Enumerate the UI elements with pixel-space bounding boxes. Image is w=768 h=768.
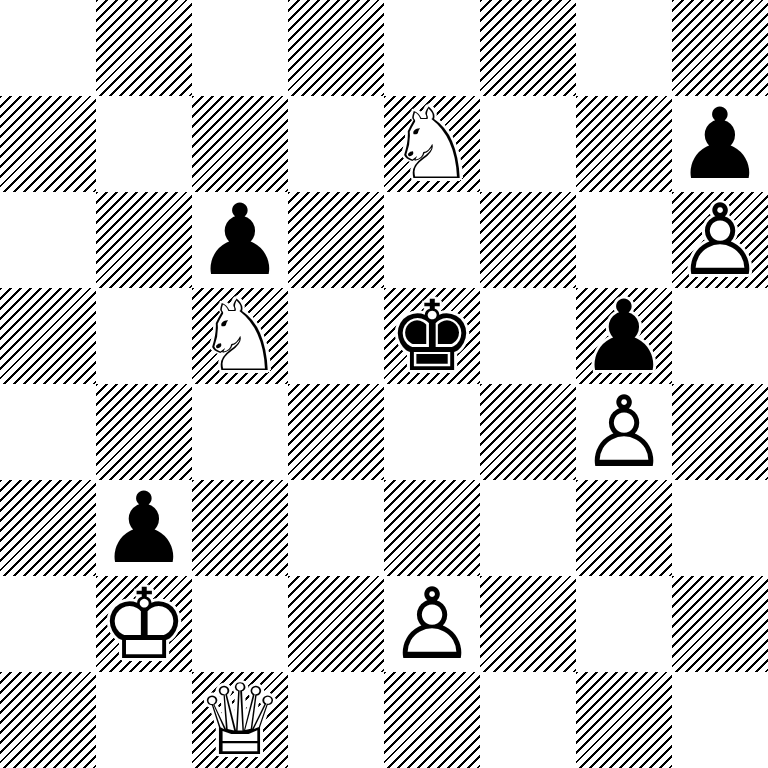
square-g5[interactable]: ♟♟	[576, 288, 672, 384]
piece-white-pawn[interactable]: ♙	[576, 384, 672, 480]
chess-board: ♞♘♟♟♟♟♟♙♞♘♚♚♟♟♟♙♟♟♚♔♟♙♛♕	[0, 0, 768, 768]
square-d8[interactable]	[288, 0, 384, 96]
white-knight-halo: ♞	[384, 96, 480, 192]
piece-white-king[interactable]: ♔	[96, 576, 192, 672]
square-d7[interactable]	[288, 96, 384, 192]
square-c6[interactable]: ♟♟	[192, 192, 288, 288]
square-g7[interactable]	[576, 96, 672, 192]
square-a8[interactable]	[0, 0, 96, 96]
square-h2[interactable]	[672, 576, 768, 672]
black-pawn-halo: ♟	[576, 288, 672, 384]
square-d3[interactable]	[288, 480, 384, 576]
square-e5[interactable]: ♚♚	[384, 288, 480, 384]
square-e4[interactable]	[384, 384, 480, 480]
piece-black-pawn[interactable]: ♟	[672, 96, 768, 192]
square-e7[interactable]: ♞♘	[384, 96, 480, 192]
square-f5[interactable]	[480, 288, 576, 384]
square-h3[interactable]	[672, 480, 768, 576]
piece-black-pawn[interactable]: ♟	[192, 192, 288, 288]
square-c5[interactable]: ♞♘	[192, 288, 288, 384]
square-g1[interactable]	[576, 672, 672, 768]
square-f1[interactable]	[480, 672, 576, 768]
piece-white-pawn[interactable]: ♙	[384, 576, 480, 672]
square-h1[interactable]	[672, 672, 768, 768]
square-b3[interactable]: ♟♟	[96, 480, 192, 576]
square-h6[interactable]: ♟♙	[672, 192, 768, 288]
square-h8[interactable]	[672, 0, 768, 96]
square-d2[interactable]	[288, 576, 384, 672]
square-a4[interactable]	[0, 384, 96, 480]
piece-white-queen[interactable]: ♕	[192, 672, 288, 768]
square-f2[interactable]	[480, 576, 576, 672]
square-c8[interactable]	[192, 0, 288, 96]
square-g2[interactable]	[576, 576, 672, 672]
square-g4[interactable]: ♟♙	[576, 384, 672, 480]
piece-black-king[interactable]: ♚	[384, 288, 480, 384]
piece-black-pawn[interactable]: ♟	[96, 480, 192, 576]
white-pawn-halo: ♟	[576, 384, 672, 480]
square-c2[interactable]	[192, 576, 288, 672]
square-c1[interactable]: ♛♕	[192, 672, 288, 768]
square-f7[interactable]	[480, 96, 576, 192]
black-pawn-halo: ♟	[192, 192, 288, 288]
square-d1[interactable]	[288, 672, 384, 768]
black-king-halo: ♚	[384, 288, 480, 384]
square-b5[interactable]	[96, 288, 192, 384]
square-d6[interactable]	[288, 192, 384, 288]
square-h5[interactable]	[672, 288, 768, 384]
square-e8[interactable]	[384, 0, 480, 96]
square-b2[interactable]: ♚♔	[96, 576, 192, 672]
square-g3[interactable]	[576, 480, 672, 576]
square-f8[interactable]	[480, 0, 576, 96]
piece-white-pawn[interactable]: ♙	[672, 192, 768, 288]
white-pawn-halo: ♟	[384, 576, 480, 672]
piece-black-pawn[interactable]: ♟	[576, 288, 672, 384]
piece-white-knight[interactable]: ♘	[192, 288, 288, 384]
square-a7[interactable]	[0, 96, 96, 192]
square-g8[interactable]	[576, 0, 672, 96]
square-c3[interactable]	[192, 480, 288, 576]
square-h7[interactable]: ♟♟	[672, 96, 768, 192]
white-queen-halo: ♛	[192, 672, 288, 768]
black-pawn-halo: ♟	[672, 96, 768, 192]
square-h4[interactable]	[672, 384, 768, 480]
square-f6[interactable]	[480, 192, 576, 288]
square-d5[interactable]	[288, 288, 384, 384]
white-pawn-halo: ♟	[672, 192, 768, 288]
black-pawn-halo: ♟	[96, 480, 192, 576]
square-e3[interactable]	[384, 480, 480, 576]
square-g6[interactable]	[576, 192, 672, 288]
piece-white-knight[interactable]: ♘	[384, 96, 480, 192]
square-b8[interactable]	[96, 0, 192, 96]
square-a1[interactable]	[0, 672, 96, 768]
square-a5[interactable]	[0, 288, 96, 384]
white-knight-halo: ♞	[192, 288, 288, 384]
square-f3[interactable]	[480, 480, 576, 576]
square-e2[interactable]: ♟♙	[384, 576, 480, 672]
square-f4[interactable]	[480, 384, 576, 480]
square-e1[interactable]	[384, 672, 480, 768]
square-e6[interactable]	[384, 192, 480, 288]
square-a3[interactable]	[0, 480, 96, 576]
square-a2[interactable]	[0, 576, 96, 672]
white-king-halo: ♚	[96, 576, 192, 672]
square-a6[interactable]	[0, 192, 96, 288]
square-b6[interactable]	[96, 192, 192, 288]
square-b1[interactable]	[96, 672, 192, 768]
square-b4[interactable]	[96, 384, 192, 480]
square-d4[interactable]	[288, 384, 384, 480]
square-c4[interactable]	[192, 384, 288, 480]
square-b7[interactable]	[96, 96, 192, 192]
square-c7[interactable]	[192, 96, 288, 192]
